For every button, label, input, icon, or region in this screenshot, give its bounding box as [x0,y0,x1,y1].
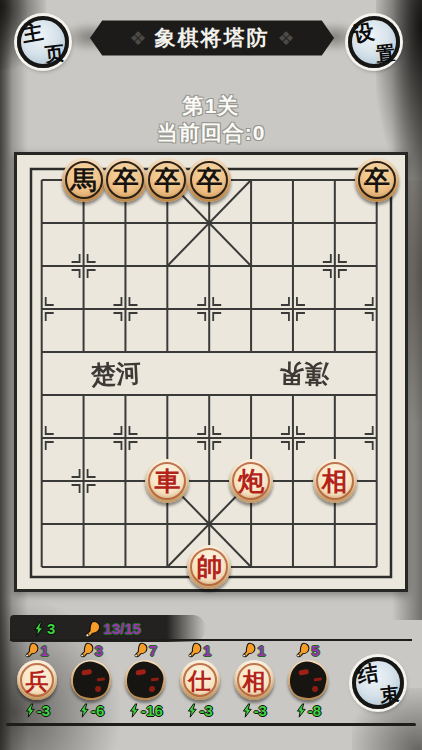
piece-glyph: 相 [322,468,348,494]
piece-card-相[interactable]: 1相-3 [227,641,281,723]
level-indicator: 第1关 [0,92,422,120]
piece-card-covered[interactable]: 7-16 [118,641,172,723]
piece-glyph: 兵 [26,669,49,692]
round-counter: 当前回合:0 [0,119,422,147]
energy-icon [295,703,307,718]
food-cost-value: 3 [95,642,103,659]
xiangqi-board[interactable]: 楚河 漢界 馬卒卒卒卒車炮相帥 [14,152,408,592]
drumstick-icon [134,642,148,658]
home-button[interactable]: 主页 [17,16,69,68]
button-char: 置 [375,43,396,64]
food-cost-value: 1 [257,642,265,659]
piece-glyph: 卒 [364,167,390,193]
food-cost-value: 5 [311,642,319,659]
button-char: 设 [351,20,375,44]
food-cost-value: 7 [149,642,157,659]
energy-cost: -3 [227,702,281,719]
energy-cost: -16 [118,702,172,719]
banner-ornament-left-icon: ❖ [129,27,146,50]
ink-blob-cover [124,658,168,702]
energy-cost-value: -6 [91,702,104,719]
energy-cost-value: -16 [141,702,163,719]
board-piece-帥[interactable]: 帥 [187,545,231,589]
card-piece [125,660,165,700]
board-piece-相[interactable]: 相 [313,459,357,503]
drumstick-icon [188,642,202,658]
energy-cost: -3 [173,702,227,719]
piece-glyph: 卒 [154,167,180,193]
button-char: 结 [355,661,379,685]
energy-cost: -6 [64,702,118,719]
piece-glyph: 炮 [238,468,264,494]
energy-icon [128,703,140,718]
board-piece-卒: 卒 [145,158,189,202]
piece-glyph: 卒 [112,167,138,193]
energy-icon [24,703,36,718]
energy-cost-value: -3 [37,702,50,719]
xiangqi-tower-defense-screen: 主页 ❖ 象棋将塔防 ❖ 设置 第1关 当前回合:0 楚河 漢界 馬卒卒卒卒車炮… [0,0,422,750]
board-grid [17,155,405,589]
card-piece [71,660,111,700]
energy-cost-value: -3 [254,702,267,719]
title-banner: ❖ 象棋将塔防 ❖ [90,19,334,57]
board-piece-炮[interactable]: 炮 [229,459,273,503]
energy-cost: -3 [10,702,64,719]
board-piece-卒: 卒 [355,158,399,202]
energy-cost-value: -3 [199,702,212,719]
piece-glyph: 卒 [196,167,222,193]
piece-card-仕[interactable]: 1仕-3 [173,641,227,723]
card-piece: 仕 [180,660,220,700]
tray-divider-bottom [6,723,416,726]
drumstick-icon [25,642,39,658]
food-cost: 3 [64,641,118,659]
button-char: 主 [20,20,44,44]
energy-icon [78,703,90,718]
food-cost: 7 [118,641,172,659]
banner-ornament-right-icon: ❖ [278,27,295,50]
end-turn-button[interactable]: 结束 [352,657,404,709]
ink-blob-cover [286,658,330,702]
resource-bar: 3 13/15 [10,615,206,642]
piece-glyph: 車 [154,468,180,494]
food-icon [85,620,101,638]
piece-glyph: 仕 [188,669,211,692]
river-text-right: 漢界 [259,356,330,390]
energy-cost-value: -8 [308,702,321,719]
home-button-label: 主页 [21,20,65,64]
food-cost-value: 1 [203,642,211,659]
settings-button[interactable]: 设置 [348,16,400,68]
drumstick-icon [242,642,256,658]
settings-button-label: 设置 [352,20,396,64]
food-amount: 13/15 [103,620,141,637]
river-text-left: 楚河 [90,355,162,392]
food-cost: 5 [281,641,335,659]
piece-glyph: 相 [242,669,265,692]
board-piece-馬: 馬 [62,158,106,202]
piece-card-covered[interactable]: 3-6 [64,641,118,723]
piece-card-兵[interactable]: 1兵-3 [10,641,64,723]
food-cost: 1 [173,641,227,659]
drumstick-icon [80,642,94,658]
button-char: 页 [44,43,65,64]
card-piece: 相 [234,660,274,700]
card-piece [288,660,328,700]
energy-cost: -8 [281,702,335,719]
piece-glyph: 馬 [71,167,97,193]
piece-card-covered[interactable]: 5-8 [281,641,335,723]
energy-icon [241,703,253,718]
food-cost: 1 [227,641,281,659]
board-piece-卒: 卒 [187,158,231,202]
ink-blob-cover [69,658,113,702]
game-title: 象棋将塔防 [155,24,270,52]
board-piece-車[interactable]: 車 [145,459,189,503]
button-char: 束 [379,684,400,705]
end-turn-button-label: 结束 [356,661,400,705]
piece-glyph: 帥 [196,554,222,580]
energy-icon [186,703,198,718]
energy-icon [32,621,45,637]
food-cost: 1 [10,641,64,659]
card-piece: 兵 [17,660,57,700]
energy-amount: 3 [47,620,55,637]
drumstick-icon [296,642,310,658]
food-cost-value: 1 [40,642,48,659]
